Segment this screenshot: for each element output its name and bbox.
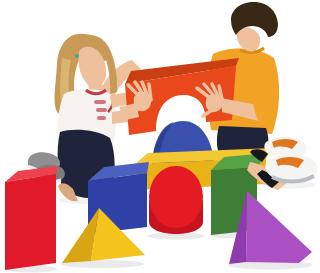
girl-hairclip — [75, 54, 79, 58]
block-red-tall — [5, 166, 58, 270]
red-block-front — [5, 174, 56, 270]
scene-canvas — [0, 0, 320, 273]
cylinder-top — [149, 166, 203, 228]
photo-children-foam-blocks — [0, 0, 320, 273]
purple-wedge-face — [246, 191, 312, 263]
block-red-cylinder — [149, 166, 203, 234]
print-mark — [96, 108, 107, 112]
print-mark — [97, 116, 106, 120]
print-mark — [94, 100, 106, 104]
boy-face — [236, 27, 260, 51]
